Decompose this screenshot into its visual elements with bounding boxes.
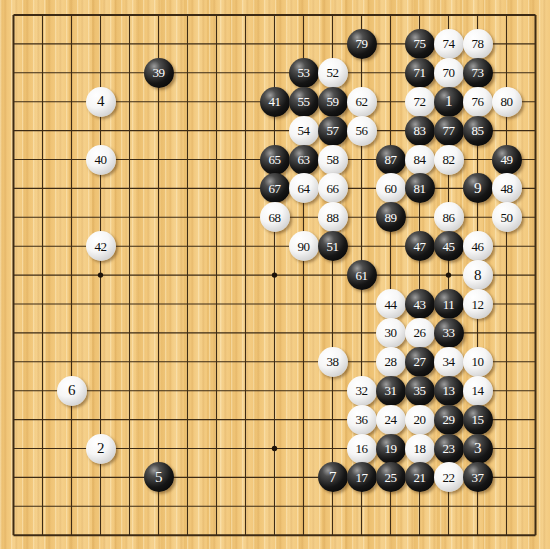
black-stone-83: 83 (405, 116, 435, 146)
move-number: 36 (356, 413, 368, 426)
move-number: 85 (472, 124, 484, 137)
black-stone-79: 79 (347, 29, 377, 59)
move-number: 11 (443, 298, 455, 311)
move-number: 68 (269, 211, 281, 224)
white-stone-22: 22 (434, 462, 464, 492)
move-number: 24 (385, 413, 397, 426)
move-number: 66 (327, 182, 339, 195)
black-stone-59: 59 (318, 87, 348, 117)
black-stone-51: 51 (318, 231, 348, 261)
white-stone-6: 6 (57, 376, 87, 406)
black-stone-87: 87 (376, 145, 406, 175)
white-stone-70: 70 (434, 58, 464, 88)
move-number: 2 (97, 441, 104, 456)
white-stone-56: 56 (347, 116, 377, 146)
black-stone-65: 65 (260, 145, 290, 175)
move-number: 70 (443, 66, 455, 79)
black-stone-55: 55 (289, 87, 319, 117)
black-stone-71: 71 (405, 58, 435, 88)
move-number: 31 (385, 384, 397, 397)
move-number: 71 (414, 66, 426, 79)
move-number: 35 (414, 384, 426, 397)
move-number: 78 (472, 37, 484, 50)
move-number: 73 (472, 66, 484, 79)
move-number: 1 (445, 94, 452, 109)
black-stone-81: 81 (405, 173, 435, 203)
move-number: 82 (443, 153, 455, 166)
black-stone-43: 43 (405, 289, 435, 319)
black-stone-3: 3 (463, 434, 493, 464)
move-number: 6 (68, 383, 75, 398)
move-number: 5 (155, 470, 162, 485)
white-stone-24: 24 (376, 405, 406, 435)
white-stone-88: 88 (318, 202, 348, 232)
move-number: 8 (474, 268, 481, 283)
white-stone-72: 72 (405, 87, 435, 117)
go-board[interactable]: 7975747839535271707344155596272176805457… (0, 0, 550, 549)
move-number: 4 (97, 94, 104, 109)
white-stone-90: 90 (289, 231, 319, 261)
move-number: 86 (443, 211, 455, 224)
black-stone-19: 19 (376, 434, 406, 464)
move-number: 3 (474, 441, 481, 456)
move-number: 29 (443, 413, 455, 426)
hoshi-point (272, 446, 277, 451)
white-stone-30: 30 (376, 318, 406, 348)
white-stone-8: 8 (463, 260, 493, 290)
white-stone-10: 10 (463, 347, 493, 377)
black-stone-29: 29 (434, 405, 464, 435)
move-number: 28 (385, 355, 397, 368)
move-number: 79 (356, 37, 368, 50)
hoshi-point (446, 272, 451, 277)
move-number: 41 (269, 95, 281, 108)
black-stone-33: 33 (434, 318, 464, 348)
black-stone-61: 61 (347, 260, 377, 290)
white-stone-40: 40 (86, 145, 116, 175)
move-number: 43 (414, 298, 426, 311)
white-stone-36: 36 (347, 405, 377, 435)
black-stone-89: 89 (376, 202, 406, 232)
move-number: 74 (443, 37, 455, 50)
white-stone-18: 18 (405, 434, 435, 464)
move-number: 90 (298, 240, 310, 253)
move-number: 47 (414, 240, 426, 253)
white-stone-46: 46 (463, 231, 493, 261)
move-number: 56 (356, 124, 368, 137)
move-number: 57 (327, 124, 339, 137)
black-stone-45: 45 (434, 231, 464, 261)
hoshi-point (272, 272, 277, 277)
white-stone-62: 62 (347, 87, 377, 117)
move-number: 33 (443, 326, 455, 339)
white-stone-60: 60 (376, 173, 406, 203)
move-number: 61 (356, 269, 368, 282)
move-number: 34 (443, 355, 455, 368)
move-number: 38 (327, 355, 339, 368)
white-stone-44: 44 (376, 289, 406, 319)
move-number: 77 (443, 124, 455, 137)
move-number: 42 (95, 240, 107, 253)
white-stone-66: 66 (318, 173, 348, 203)
move-number: 52 (327, 66, 339, 79)
black-stone-13: 13 (434, 376, 464, 406)
white-stone-78: 78 (463, 29, 493, 59)
black-stone-39: 39 (144, 58, 174, 88)
move-number: 59 (327, 95, 339, 108)
white-stone-42: 42 (86, 231, 116, 261)
black-stone-31: 31 (376, 376, 406, 406)
white-stone-50: 50 (492, 202, 522, 232)
move-number: 20 (414, 413, 426, 426)
black-stone-27: 27 (405, 347, 435, 377)
move-number: 65 (269, 153, 281, 166)
move-number: 15 (472, 413, 484, 426)
move-number: 87 (385, 153, 397, 166)
white-stone-34: 34 (434, 347, 464, 377)
black-stone-67: 67 (260, 173, 290, 203)
black-stone-23: 23 (434, 434, 464, 464)
move-number: 39 (153, 66, 165, 79)
move-number: 54 (298, 124, 310, 137)
black-stone-11: 11 (434, 289, 464, 319)
white-stone-54: 54 (289, 116, 319, 146)
move-number: 88 (327, 211, 339, 224)
hoshi-point (98, 272, 103, 277)
black-stone-9: 9 (463, 173, 493, 203)
move-number: 19 (385, 442, 397, 455)
move-number: 23 (443, 442, 455, 455)
white-stone-28: 28 (376, 347, 406, 377)
black-stone-35: 35 (405, 376, 435, 406)
white-stone-16: 16 (347, 434, 377, 464)
black-stone-5: 5 (144, 462, 174, 492)
black-stone-15: 15 (463, 405, 493, 435)
move-number: 12 (472, 298, 484, 311)
black-stone-47: 47 (405, 231, 435, 261)
move-number: 83 (414, 124, 426, 137)
move-number: 49 (501, 153, 513, 166)
move-number: 16 (356, 442, 368, 455)
white-stone-14: 14 (463, 376, 493, 406)
move-number: 89 (385, 211, 397, 224)
white-stone-48: 48 (492, 173, 522, 203)
move-number: 63 (298, 153, 310, 166)
move-number: 55 (298, 95, 310, 108)
black-stone-53: 53 (289, 58, 319, 88)
move-number: 48 (501, 182, 513, 195)
move-number: 18 (414, 442, 426, 455)
white-stone-12: 12 (463, 289, 493, 319)
white-stone-74: 74 (434, 29, 464, 59)
move-number: 32 (356, 384, 368, 397)
move-number: 81 (414, 182, 426, 195)
white-stone-58: 58 (318, 145, 348, 175)
move-number: 30 (385, 326, 397, 339)
move-number: 7 (329, 470, 336, 485)
move-number: 9 (474, 181, 481, 196)
black-stone-25: 25 (376, 462, 406, 492)
move-number: 46 (472, 240, 484, 253)
white-stone-20: 20 (405, 405, 435, 435)
move-number: 60 (385, 182, 397, 195)
move-number: 67 (269, 182, 281, 195)
move-number: 51 (327, 240, 339, 253)
move-number: 50 (501, 211, 513, 224)
move-number: 37 (472, 471, 484, 484)
move-number: 21 (414, 471, 426, 484)
black-stone-37: 37 (463, 462, 493, 492)
black-stone-77: 77 (434, 116, 464, 146)
move-number: 72 (414, 95, 426, 108)
go-diagram: 7975747839535271707344155596272176805457… (0, 0, 550, 549)
move-number: 84 (414, 153, 426, 166)
move-number: 17 (356, 471, 368, 484)
white-stone-84: 84 (405, 145, 435, 175)
white-stone-86: 86 (434, 202, 464, 232)
move-number: 10 (472, 355, 484, 368)
black-stone-49: 49 (492, 145, 522, 175)
move-number: 58 (327, 153, 339, 166)
white-stone-82: 82 (434, 145, 464, 175)
move-number: 80 (501, 95, 513, 108)
white-stone-2: 2 (86, 434, 116, 464)
white-stone-4: 4 (86, 87, 116, 117)
move-number: 26 (414, 326, 426, 339)
move-number: 40 (95, 153, 107, 166)
black-stone-1: 1 (434, 87, 464, 117)
black-stone-73: 73 (463, 58, 493, 88)
black-stone-21: 21 (405, 462, 435, 492)
move-number: 75 (414, 37, 426, 50)
move-number: 44 (385, 298, 397, 311)
move-number: 64 (298, 182, 310, 195)
move-number: 14 (472, 384, 484, 397)
move-number: 76 (472, 95, 484, 108)
black-stone-57: 57 (318, 116, 348, 146)
move-number: 45 (443, 240, 455, 253)
white-stone-26: 26 (405, 318, 435, 348)
black-stone-63: 63 (289, 145, 319, 175)
white-stone-64: 64 (289, 173, 319, 203)
move-number: 13 (443, 384, 455, 397)
white-stone-80: 80 (492, 87, 522, 117)
black-stone-17: 17 (347, 462, 377, 492)
move-number: 22 (443, 471, 455, 484)
white-stone-68: 68 (260, 202, 290, 232)
move-number: 27 (414, 355, 426, 368)
move-number: 25 (385, 471, 397, 484)
white-stone-52: 52 (318, 58, 348, 88)
black-stone-41: 41 (260, 87, 290, 117)
move-number: 62 (356, 95, 368, 108)
black-stone-85: 85 (463, 116, 493, 146)
white-stone-32: 32 (347, 376, 377, 406)
black-stone-75: 75 (405, 29, 435, 59)
move-number: 53 (298, 66, 310, 79)
black-stone-7: 7 (318, 462, 348, 492)
white-stone-76: 76 (463, 87, 493, 117)
white-stone-38: 38 (318, 347, 348, 377)
